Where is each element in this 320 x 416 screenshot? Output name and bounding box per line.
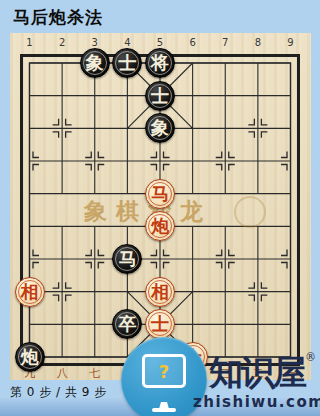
registered-mark-icon: ® (305, 351, 316, 364)
piece-black-elephant[interactable]: 象 (80, 48, 110, 78)
column-label-top: 7 (215, 37, 235, 48)
piece-black-cannon[interactable]: 炮 (15, 342, 45, 372)
river-seal-icon (234, 196, 266, 228)
column-label-bottom: 八 (52, 366, 72, 381)
column-label-top: 1 (20, 37, 40, 48)
piece-black-advisor[interactable]: 士 (145, 81, 175, 111)
site-watermark: 知识屋 ® (209, 355, 305, 389)
column-label-top: 3 (85, 37, 105, 48)
monitor-base-icon (152, 408, 176, 412)
piece-red-elephant[interactable]: 相 (145, 277, 175, 307)
monitor-question-icon: ? (142, 354, 186, 388)
column-label-top: 4 (117, 37, 137, 48)
column-label-top: 9 (281, 37, 301, 48)
column-label-top: 6 (183, 37, 203, 48)
column-label-top: 2 (52, 37, 72, 48)
column-label-bottom: 七 (85, 366, 105, 381)
step-counter: 第 0 步 / 共 9 步 (10, 384, 107, 401)
question-mark: ? (159, 361, 169, 382)
piece-red-horse[interactable]: 马 (145, 179, 175, 209)
column-label-top: 5 (150, 37, 170, 48)
piece-red-elephant[interactable]: 相 (15, 277, 45, 307)
site-name: 知识屋 (209, 352, 305, 392)
site-domain: zhishiwu.com (193, 393, 320, 411)
column-label-top: 8 (248, 37, 268, 48)
piece-black-general[interactable]: 将 (145, 48, 175, 78)
app-window: 马后炮杀法 123456789 九八七六五四三二一 象棋沙龙 象士将士象马炮马相… (0, 0, 320, 416)
